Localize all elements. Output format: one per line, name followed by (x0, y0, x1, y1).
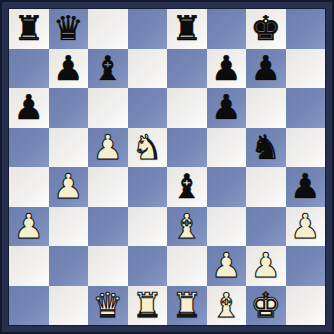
square-e3[interactable]: ♝ (167, 207, 207, 247)
piece-black-pawn: ♟ (211, 88, 241, 127)
square-a5[interactable] (9, 128, 49, 168)
square-g4[interactable] (246, 167, 286, 207)
square-c4[interactable] (88, 167, 128, 207)
piece-white-pawn: ♟ (53, 167, 83, 206)
piece-black-pawn: ♟ (14, 88, 44, 127)
square-g2[interactable]: ♟ (246, 246, 286, 286)
square-g5[interactable]: ♞ (246, 128, 286, 168)
square-h8[interactable] (286, 9, 326, 49)
square-d8[interactable] (128, 9, 168, 49)
piece-black-pawn: ♟ (251, 49, 281, 88)
square-c6[interactable] (88, 88, 128, 128)
square-e5[interactable] (167, 128, 207, 168)
square-e2[interactable] (167, 246, 207, 286)
piece-black-knight: ♞ (251, 128, 281, 167)
square-h1[interactable] (286, 286, 326, 326)
piece-black-pawn: ♟ (53, 49, 83, 88)
piece-white-rook: ♜ (172, 286, 202, 325)
piece-black-rook: ♜ (14, 9, 44, 48)
square-h6[interactable] (286, 88, 326, 128)
chess-diagram: ♜♛♜♚♟♝♟♟♟♟♟♞♞♟♝♟♟♝♟♟♟♛♜♜♝♚ (0, 0, 334, 334)
piece-white-pawn: ♟ (93, 128, 123, 167)
piece-black-bishop: ♝ (172, 167, 202, 206)
square-c8[interactable] (88, 9, 128, 49)
square-b1[interactable] (49, 286, 89, 326)
piece-white-king: ♚ (251, 286, 281, 325)
square-d6[interactable] (128, 88, 168, 128)
square-a3[interactable]: ♟ (9, 207, 49, 247)
square-h7[interactable] (286, 49, 326, 89)
square-b3[interactable] (49, 207, 89, 247)
square-a8[interactable]: ♜ (9, 9, 49, 49)
square-h4[interactable]: ♟ (286, 167, 326, 207)
piece-white-pawn: ♟ (14, 207, 44, 246)
square-f4[interactable] (207, 167, 247, 207)
square-a4[interactable] (9, 167, 49, 207)
piece-white-knight: ♞ (132, 128, 162, 167)
square-c5[interactable]: ♟ (88, 128, 128, 168)
square-b4[interactable]: ♟ (49, 167, 89, 207)
square-b6[interactable] (49, 88, 89, 128)
square-g3[interactable] (246, 207, 286, 247)
piece-black-pawn: ♟ (211, 49, 241, 88)
square-d1[interactable]: ♜ (128, 286, 168, 326)
piece-black-rook: ♜ (172, 9, 202, 48)
square-b2[interactable] (49, 246, 89, 286)
square-d3[interactable] (128, 207, 168, 247)
square-b7[interactable]: ♟ (49, 49, 89, 89)
square-a2[interactable] (9, 246, 49, 286)
square-e8[interactable]: ♜ (167, 9, 207, 49)
square-f6[interactable]: ♟ (207, 88, 247, 128)
square-b8[interactable]: ♛ (49, 9, 89, 49)
square-g6[interactable] (246, 88, 286, 128)
square-a6[interactable]: ♟ (9, 88, 49, 128)
square-f2[interactable]: ♟ (207, 246, 247, 286)
square-f3[interactable] (207, 207, 247, 247)
square-f7[interactable]: ♟ (207, 49, 247, 89)
square-d7[interactable] (128, 49, 168, 89)
square-e1[interactable]: ♜ (167, 286, 207, 326)
square-d4[interactable] (128, 167, 168, 207)
square-f5[interactable] (207, 128, 247, 168)
square-f1[interactable]: ♝ (207, 286, 247, 326)
piece-black-queen: ♛ (53, 9, 83, 48)
square-c3[interactable] (88, 207, 128, 247)
square-b5[interactable] (49, 128, 89, 168)
piece-white-pawn: ♟ (251, 246, 281, 285)
piece-white-pawn: ♟ (211, 246, 241, 285)
square-c1[interactable]: ♛ (88, 286, 128, 326)
square-c7[interactable]: ♝ (88, 49, 128, 89)
square-e6[interactable] (167, 88, 207, 128)
piece-white-queen: ♛ (93, 286, 123, 325)
piece-black-king: ♚ (251, 9, 281, 48)
square-d5[interactable]: ♞ (128, 128, 168, 168)
chess-board: ♜♛♜♚♟♝♟♟♟♟♟♞♞♟♝♟♟♝♟♟♟♛♜♜♝♚ (9, 9, 325, 325)
square-h5[interactable] (286, 128, 326, 168)
square-g7[interactable]: ♟ (246, 49, 286, 89)
square-e7[interactable] (167, 49, 207, 89)
square-h2[interactable] (286, 246, 326, 286)
square-e4[interactable]: ♝ (167, 167, 207, 207)
piece-black-pawn: ♟ (290, 167, 320, 206)
piece-white-bishop: ♝ (172, 207, 202, 246)
square-a7[interactable] (9, 49, 49, 89)
piece-white-bishop: ♝ (211, 286, 241, 325)
square-f8[interactable] (207, 9, 247, 49)
square-d2[interactable] (128, 246, 168, 286)
square-c2[interactable] (88, 246, 128, 286)
square-h3[interactable]: ♟ (286, 207, 326, 247)
square-a1[interactable] (9, 286, 49, 326)
piece-black-bishop: ♝ (93, 49, 123, 88)
square-g8[interactable]: ♚ (246, 9, 286, 49)
piece-white-rook: ♜ (132, 286, 162, 325)
piece-white-pawn: ♟ (290, 207, 320, 246)
square-g1[interactable]: ♚ (246, 286, 286, 326)
